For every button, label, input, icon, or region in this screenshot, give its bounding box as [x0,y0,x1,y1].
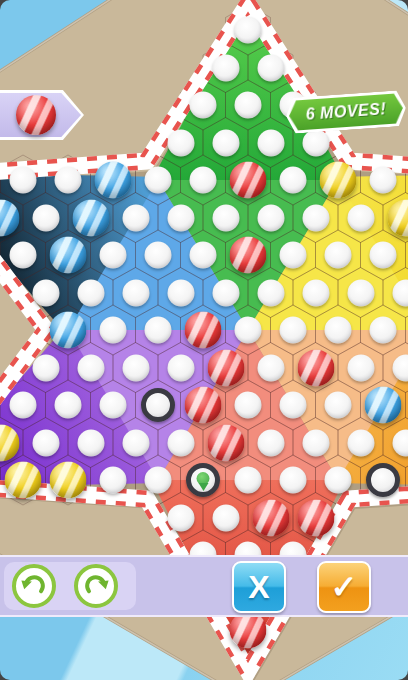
empty-hole-r6-c4[interactable] [122,204,149,231]
undo-redo-panel [4,562,136,610]
empty-hole-r4-c4[interactable] [302,129,329,156]
empty-hole-r12-c9[interactable] [347,429,374,456]
highlight-ring-hole-r11-c4[interactable] [141,388,175,422]
red-marble-r10-c7[interactable] [297,349,334,386]
blue-marble-r5-c4[interactable] [95,162,132,199]
blue-marble-r11-c9[interactable] [365,387,402,424]
empty-hole-r8-c8[interactable] [347,279,374,306]
empty-hole-r9-c8[interactable] [370,317,397,344]
current-player-red-marble [16,95,56,135]
empty-hole-r11-c7[interactable] [280,392,307,419]
undo-counterclockwise-icon [20,572,48,600]
red-marble-r5-c7[interactable] [230,162,267,199]
cancel-move-button[interactable]: X [232,561,286,613]
toolbar: X ✓ [0,555,408,617]
red-marble-r10-c5[interactable] [207,349,244,386]
empty-hole-r7-c1[interactable] [10,242,37,269]
empty-hole-r5-c10[interactable] [370,167,397,194]
empty-hole-r9-c2[interactable] [100,317,127,344]
empty-hole-r7-c9[interactable] [370,242,397,269]
yellow-marble-r5-c9[interactable] [320,162,357,199]
red-marble-r7-c6[interactable] [230,237,267,274]
empty-hole-r8-c2[interactable] [77,279,104,306]
empty-hole-r3-c2[interactable] [235,92,262,119]
empty-hole-r12-c2[interactable] [32,429,59,456]
empty-hole-r13-c8[interactable] [280,467,307,494]
empty-hole-r3-c1[interactable] [190,92,217,119]
empty-hole-r5-c2[interactable] [10,167,37,194]
empty-hole-r8-c6[interactable] [257,279,284,306]
empty-hole-r10-c3[interactable] [122,354,149,381]
empty-hole-r9-c3[interactable] [145,317,172,344]
empty-hole-r10-c6[interactable] [257,354,284,381]
undo-button[interactable] [12,564,56,608]
empty-hole-r12-c7[interactable] [257,429,284,456]
empty-hole-r7-c8[interactable] [325,242,352,269]
empty-hole-r6-c5[interactable] [167,204,194,231]
empty-hole-r6-c6[interactable] [212,204,239,231]
empty-hole-r12-c3[interactable] [77,429,104,456]
empty-hole-r7-c4[interactable] [145,242,172,269]
yellow-marble-r13-c3[interactable] [50,462,87,499]
empty-hole-r13-c5[interactable] [145,467,172,494]
empty-hole-r8-c4[interactable] [167,279,194,306]
destination-pin-hole-r13-c6[interactable] [186,463,220,497]
moves-badge-text: 6 MOVES! [305,100,387,124]
empty-hole-r11-c1[interactable] [10,392,37,419]
red-marble-r12-c6[interactable] [207,424,244,461]
empty-hole-r7-c3[interactable] [100,242,127,269]
empty-hole-r10-c2[interactable] [77,354,104,381]
empty-hole-r13-c7[interactable] [235,467,262,494]
empty-hole-r8-c5[interactable] [212,279,239,306]
empty-hole-r11-c3[interactable] [100,392,127,419]
empty-hole-r4-c3[interactable] [257,129,284,156]
empty-hole-r11-c2[interactable] [55,392,82,419]
red-marble-r17-c1[interactable] [230,612,267,649]
moves-badge-bg: 6 MOVES! [288,93,404,131]
empty-hole-r10-c1[interactable] [32,354,59,381]
blue-marble-r6-c3[interactable] [72,199,109,236]
empty-hole-r13-c9[interactable] [325,467,352,494]
yellow-marble-r13-c2[interactable] [5,462,42,499]
empty-hole-r10-c8[interactable] [347,354,374,381]
empty-hole-r9-c5[interactable] [235,317,262,344]
empty-hole-r4-c1[interactable] [167,129,194,156]
empty-hole-r14-c1[interactable] [167,504,194,531]
empty-hole-r8-c7[interactable] [302,279,329,306]
red-marble-r14-c4[interactable] [297,499,334,536]
empty-hole-r4-c2[interactable] [212,129,239,156]
empty-hole-r9-c7[interactable] [325,317,352,344]
highlight-ring-hole-r13-c10[interactable] [366,463,400,497]
empty-hole-r12-c4[interactable] [122,429,149,456]
destination-pin-icon [197,472,210,485]
game-screen: 6 MOVES! X ✓ [0,0,408,680]
empty-hole-r7-c7[interactable] [280,242,307,269]
empty-hole-r5-c6[interactable] [190,167,217,194]
empty-hole-r12-c8[interactable] [302,429,329,456]
empty-hole-r8-c3[interactable] [122,279,149,306]
red-marble-r9-c4[interactable] [185,312,222,349]
empty-hole-r10-c4[interactable] [167,354,194,381]
empty-hole-r7-c5[interactable] [190,242,217,269]
empty-hole-r2-c2[interactable] [257,54,284,81]
empty-hole-r11-c6[interactable] [235,392,262,419]
blue-marble-r7-c2[interactable] [50,237,87,274]
empty-hole-r13-c4[interactable] [100,467,127,494]
empty-hole-r6-c9[interactable] [347,204,374,231]
redo-button[interactable] [74,564,118,608]
empty-hole-r8-c1[interactable] [32,279,59,306]
empty-hole-r5-c5[interactable] [145,167,172,194]
empty-hole-r1-c1[interactable] [235,17,262,44]
confirm-move-button[interactable]: ✓ [317,561,371,613]
redo-clockwise-icon [82,572,110,600]
red-marble-r14-c3[interactable] [252,499,289,536]
empty-hole-r2-c1[interactable] [212,54,239,81]
empty-hole-r5-c3[interactable] [55,167,82,194]
empty-hole-r6-c2[interactable] [32,204,59,231]
empty-hole-r5-c8[interactable] [280,167,307,194]
empty-hole-r11-c8[interactable] [325,392,352,419]
empty-hole-r6-c7[interactable] [257,204,284,231]
blue-marble-r9-c1[interactable] [50,312,87,349]
red-marble-r11-c5[interactable] [185,387,222,424]
empty-hole-r14-c2[interactable] [212,504,239,531]
empty-hole-r6-c8[interactable] [302,204,329,231]
empty-hole-r12-c5[interactable] [167,429,194,456]
empty-hole-r9-c6[interactable] [280,317,307,344]
